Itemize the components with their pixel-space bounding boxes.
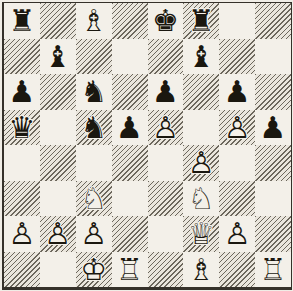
piece-white-knight-c3[interactable]: ♞♘: [76, 181, 112, 217]
square-e5[interactable]: ♟♙: [148, 110, 184, 146]
square-a1[interactable]: [4, 252, 40, 288]
square-d1[interactable]: ♜♖: [112, 252, 148, 288]
piece-glyph: ♟: [112, 110, 148, 146]
piece-black-pawn-e6[interactable]: ♟♟: [148, 74, 184, 110]
square-h5[interactable]: ♟♟: [255, 110, 291, 146]
piece-glyph: ♚: [148, 3, 184, 39]
square-f8[interactable]: ♜♜: [183, 3, 219, 39]
piece-glyph: ♗: [76, 3, 112, 39]
piece-glyph: ♙: [219, 110, 255, 146]
piece-glyph: ♙: [4, 216, 40, 252]
square-b1[interactable]: [40, 252, 76, 288]
piece-black-knight-c5[interactable]: ♞♞: [76, 110, 112, 146]
piece-white-pawn-f4[interactable]: ♟♙: [183, 145, 219, 181]
square-g5[interactable]: ♟♙: [219, 110, 255, 146]
piece-glyph: ♘: [183, 181, 219, 217]
piece-black-bishop-f7[interactable]: ♝♝: [183, 39, 219, 75]
square-d3[interactable]: [112, 181, 148, 217]
piece-black-queen-a5[interactable]: ♛♛: [4, 110, 40, 146]
square-h3[interactable]: [255, 181, 291, 217]
piece-white-king-c1[interactable]: ♚♔: [76, 252, 112, 288]
piece-glyph: ♜: [4, 3, 40, 39]
square-g8[interactable]: [219, 3, 255, 39]
square-g7[interactable]: [219, 39, 255, 75]
square-f3[interactable]: ♞♘: [183, 181, 219, 217]
square-c4[interactable]: [76, 145, 112, 181]
piece-black-pawn-g6[interactable]: ♟♟: [219, 74, 255, 110]
piece-glyph: ♞: [76, 74, 112, 110]
square-d4[interactable]: [112, 145, 148, 181]
piece-glyph: ♝: [40, 39, 76, 75]
square-b7[interactable]: ♝♝: [40, 39, 76, 75]
square-c8[interactable]: ♝♗: [76, 3, 112, 39]
piece-black-rook-a8[interactable]: ♜♜: [4, 3, 40, 39]
square-d7[interactable]: [112, 39, 148, 75]
piece-glyph: ♗: [183, 252, 219, 288]
piece-white-pawn-g2[interactable]: ♟♙: [219, 216, 255, 252]
piece-white-queen-f2[interactable]: ♛♕: [183, 216, 219, 252]
square-a5[interactable]: ♛♛: [4, 110, 40, 146]
piece-glyph: ♙: [219, 216, 255, 252]
piece-black-king-e8[interactable]: ♚♚: [148, 3, 184, 39]
square-a2[interactable]: ♟♙: [4, 216, 40, 252]
square-f1[interactable]: ♝♗: [183, 252, 219, 288]
square-b5[interactable]: [40, 110, 76, 146]
square-e3[interactable]: [148, 181, 184, 217]
piece-white-pawn-g5[interactable]: ♟♙: [219, 110, 255, 146]
square-a4[interactable]: [4, 145, 40, 181]
square-e2[interactable]: [148, 216, 184, 252]
piece-white-rook-d1[interactable]: ♜♖: [112, 252, 148, 288]
square-c6[interactable]: ♞♞: [76, 74, 112, 110]
piece-glyph: ♕: [183, 216, 219, 252]
piece-glyph: ♙: [76, 216, 112, 252]
piece-white-pawn-a2[interactable]: ♟♙: [4, 216, 40, 252]
piece-glyph: ♘: [76, 181, 112, 217]
piece-black-pawn-d5[interactable]: ♟♟: [112, 110, 148, 146]
square-c5[interactable]: ♞♞: [76, 110, 112, 146]
piece-glyph: ♖: [255, 252, 291, 288]
piece-black-bishop-b7[interactable]: ♝♝: [40, 39, 76, 75]
piece-glyph: ♞: [76, 110, 112, 146]
square-h8[interactable]: [255, 3, 291, 39]
square-g3[interactable]: [219, 181, 255, 217]
square-g2[interactable]: ♟♙: [219, 216, 255, 252]
square-b8[interactable]: [40, 3, 76, 39]
square-g4[interactable]: [219, 145, 255, 181]
square-c3[interactable]: ♞♘: [76, 181, 112, 217]
piece-black-rook-f8[interactable]: ♜♜: [183, 3, 219, 39]
chessboard: ♜♜♝♗♚♚♜♜♝♝♝♝♟♟♞♞♟♟♟♟♛♛♞♞♟♟♟♙♟♙♟♟♟♙♞♘♞♘♟♙…: [2, 2, 292, 290]
page: ♜♜♝♗♚♚♜♜♝♝♝♝♟♟♞♞♟♟♟♟♛♛♞♞♟♟♟♙♟♙♟♟♟♙♞♘♞♘♟♙…: [0, 0, 293, 291]
piece-white-pawn-b2[interactable]: ♟♙: [40, 216, 76, 252]
square-d5[interactable]: ♟♟: [112, 110, 148, 146]
square-f5[interactable]: [183, 110, 219, 146]
square-d2[interactable]: [112, 216, 148, 252]
piece-glyph: ♝: [183, 39, 219, 75]
square-h2[interactable]: [255, 216, 291, 252]
square-b4[interactable]: [40, 145, 76, 181]
square-f7[interactable]: ♝♝: [183, 39, 219, 75]
piece-glyph: ♟: [148, 74, 184, 110]
piece-glyph: ♙: [183, 145, 219, 181]
square-h6[interactable]: [255, 74, 291, 110]
square-c7[interactable]: [76, 39, 112, 75]
square-f6[interactable]: [183, 74, 219, 110]
square-e4[interactable]: [148, 145, 184, 181]
square-a3[interactable]: [4, 181, 40, 217]
piece-white-bishop-c8[interactable]: ♝♗: [76, 3, 112, 39]
square-a8[interactable]: ♜♜: [4, 3, 40, 39]
square-d8[interactable]: [112, 3, 148, 39]
square-h1[interactable]: ♜♖: [255, 252, 291, 288]
piece-glyph: ♙: [148, 110, 184, 146]
square-a7[interactable]: [4, 39, 40, 75]
piece-glyph: ♟: [255, 110, 291, 146]
piece-black-knight-c6[interactable]: ♞♞: [76, 74, 112, 110]
piece-glyph: ♛: [4, 110, 40, 146]
piece-white-bishop-f1[interactable]: ♝♗: [183, 252, 219, 288]
square-g1[interactable]: [219, 252, 255, 288]
piece-white-knight-f3[interactable]: ♞♘: [183, 181, 219, 217]
square-e1[interactable]: [148, 252, 184, 288]
square-g6[interactable]: ♟♟: [219, 74, 255, 110]
square-c1[interactable]: ♚♔: [76, 252, 112, 288]
square-b6[interactable]: [40, 74, 76, 110]
square-c2[interactable]: ♟♙: [76, 216, 112, 252]
piece-glyph: ♔: [76, 252, 112, 288]
piece-glyph: ♙: [40, 216, 76, 252]
piece-black-pawn-a6[interactable]: ♟♟: [4, 74, 40, 110]
piece-white-pawn-c2[interactable]: ♟♙: [76, 216, 112, 252]
square-f4[interactable]: ♟♙: [183, 145, 219, 181]
square-b2[interactable]: ♟♙: [40, 216, 76, 252]
piece-white-pawn-e5[interactable]: ♟♙: [148, 110, 184, 146]
square-e7[interactable]: [148, 39, 184, 75]
square-h7[interactable]: [255, 39, 291, 75]
square-b3[interactable]: [40, 181, 76, 217]
piece-glyph: ♜: [183, 3, 219, 39]
piece-black-pawn-h5[interactable]: ♟♟: [255, 110, 291, 146]
piece-glyph: ♖: [112, 252, 148, 288]
square-f2[interactable]: ♛♕: [183, 216, 219, 252]
piece-white-rook-h1[interactable]: ♜♖: [255, 252, 291, 288]
square-e6[interactable]: ♟♟: [148, 74, 184, 110]
square-d6[interactable]: [112, 74, 148, 110]
square-e8[interactable]: ♚♚: [148, 3, 184, 39]
square-h4[interactable]: [255, 145, 291, 181]
piece-glyph: ♟: [219, 74, 255, 110]
square-a6[interactable]: ♟♟: [4, 74, 40, 110]
piece-glyph: ♟: [4, 74, 40, 110]
